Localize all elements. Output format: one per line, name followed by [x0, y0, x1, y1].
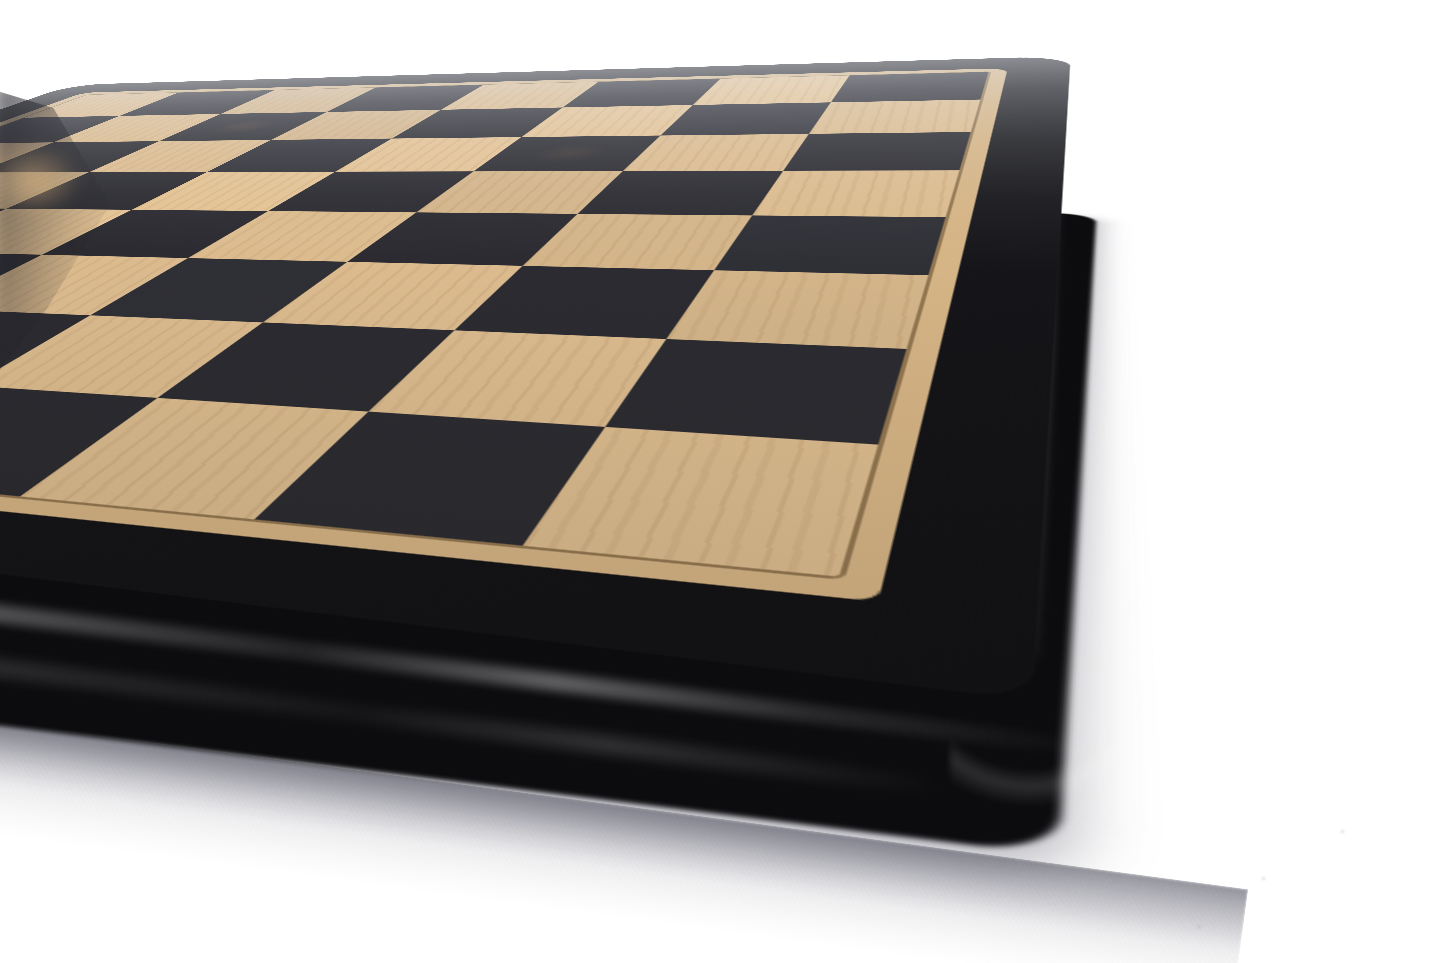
dust-speck	[1341, 830, 1344, 833]
dust-speck	[1197, 925, 1201, 929]
board-square	[753, 170, 960, 217]
photo-scene	[0, 0, 1445, 963]
dust-speck	[1262, 877, 1265, 880]
board-square	[667, 270, 928, 348]
board-square	[809, 99, 980, 133]
board-square	[831, 72, 988, 102]
board-square	[784, 132, 971, 171]
board-grid	[0, 72, 989, 577]
board-square	[715, 215, 946, 275]
